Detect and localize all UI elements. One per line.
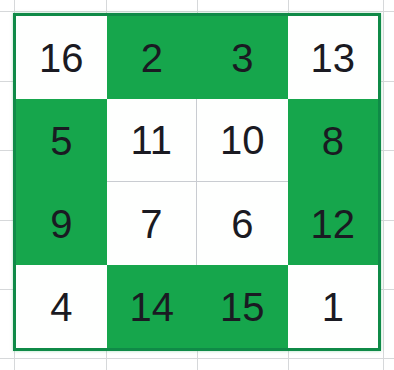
cell-r2c3[interactable]: 10 [197, 99, 288, 182]
cell-value: 6 [231, 204, 253, 244]
cell-r3c4[interactable]: 12 [288, 182, 379, 265]
cell-r3c1[interactable]: 9 [16, 182, 107, 265]
cell-value: 9 [50, 204, 72, 244]
cell-r4c3[interactable]: 15 [197, 265, 288, 348]
cell-r4c2[interactable]: 14 [107, 265, 198, 348]
spreadsheet-gridline-h [0, 11, 394, 12]
cell-r1c1[interactable]: 16 [16, 16, 107, 99]
cell-r1c4[interactable]: 13 [288, 16, 379, 99]
spreadsheet-gridline-h [0, 358, 394, 359]
spreadsheet-gridline-v [383, 0, 384, 370]
magic-square-board: 16231351110897612414151 [13, 13, 381, 351]
cell-value: 8 [322, 121, 344, 161]
cell-r1c2[interactable]: 2 [107, 16, 198, 99]
cell-value: 14 [130, 287, 175, 327]
cell-value: 7 [140, 204, 162, 244]
cell-r2c2[interactable]: 11 [107, 99, 198, 182]
cell-value: 5 [50, 121, 72, 161]
cell-value: 15 [220, 287, 265, 327]
spreadsheet-canvas: 16231351110897612414151 [0, 0, 394, 370]
cell-r3c2[interactable]: 7 [107, 182, 198, 265]
cell-value: 3 [231, 38, 253, 78]
cell-r1c3[interactable]: 3 [197, 16, 288, 99]
cell-value: 16 [39, 38, 84, 78]
cell-value: 1 [322, 287, 344, 327]
cell-value: 4 [50, 287, 72, 327]
cell-value: 13 [311, 38, 356, 78]
cell-r4c1[interactable]: 4 [16, 265, 107, 348]
cell-value: 11 [130, 120, 172, 160]
cell-r2c4[interactable]: 8 [288, 99, 379, 182]
cell-r4c4[interactable]: 1 [288, 265, 379, 348]
cell-r3c3[interactable]: 6 [197, 182, 288, 265]
cell-value: 12 [311, 204, 356, 244]
cell-r2c1[interactable]: 5 [16, 99, 107, 182]
cell-value: 2 [141, 38, 163, 78]
cell-value: 10 [220, 120, 265, 160]
